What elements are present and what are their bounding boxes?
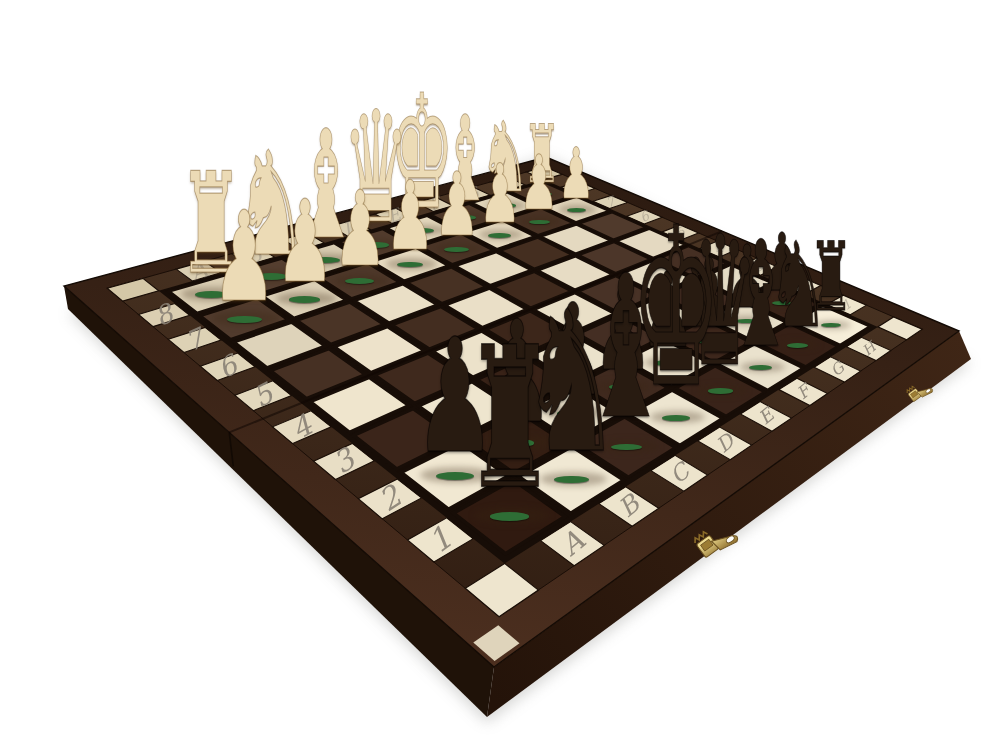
chess-set-photo: 12345678ABCDEFGHABCDEFGH12345678 ♜♞♟♝♟♚♟…: [0, 0, 1000, 750]
chess-board: 12345678ABCDEFGHABCDEFGH12345678: [0, 0, 1000, 750]
